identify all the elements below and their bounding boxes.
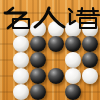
go-stone-black [30, 84, 46, 100]
go-stone-white [82, 68, 98, 84]
go-stone-white [13, 52, 29, 68]
go-stone-black [48, 36, 64, 52]
go-stone-black [82, 52, 98, 68]
go-stone-black [48, 68, 64, 84]
app-title: 名人谱 [0, 6, 100, 30]
go-stone-black [82, 36, 98, 52]
go-stone-black [65, 84, 81, 100]
go-stone-white [13, 84, 29, 100]
go-stone-white [13, 36, 29, 52]
go-stone-white [65, 68, 81, 84]
app-title-text: 名人谱 [0, 6, 100, 30]
go-stone-black [30, 68, 46, 84]
go-stone-black [30, 52, 46, 68]
go-stone-white [65, 52, 81, 68]
go-stone-black [30, 36, 46, 52]
go-stone-white [13, 68, 29, 84]
go-stone-black [65, 36, 81, 52]
go-app-icon[interactable]: 名人谱 [0, 0, 100, 100]
